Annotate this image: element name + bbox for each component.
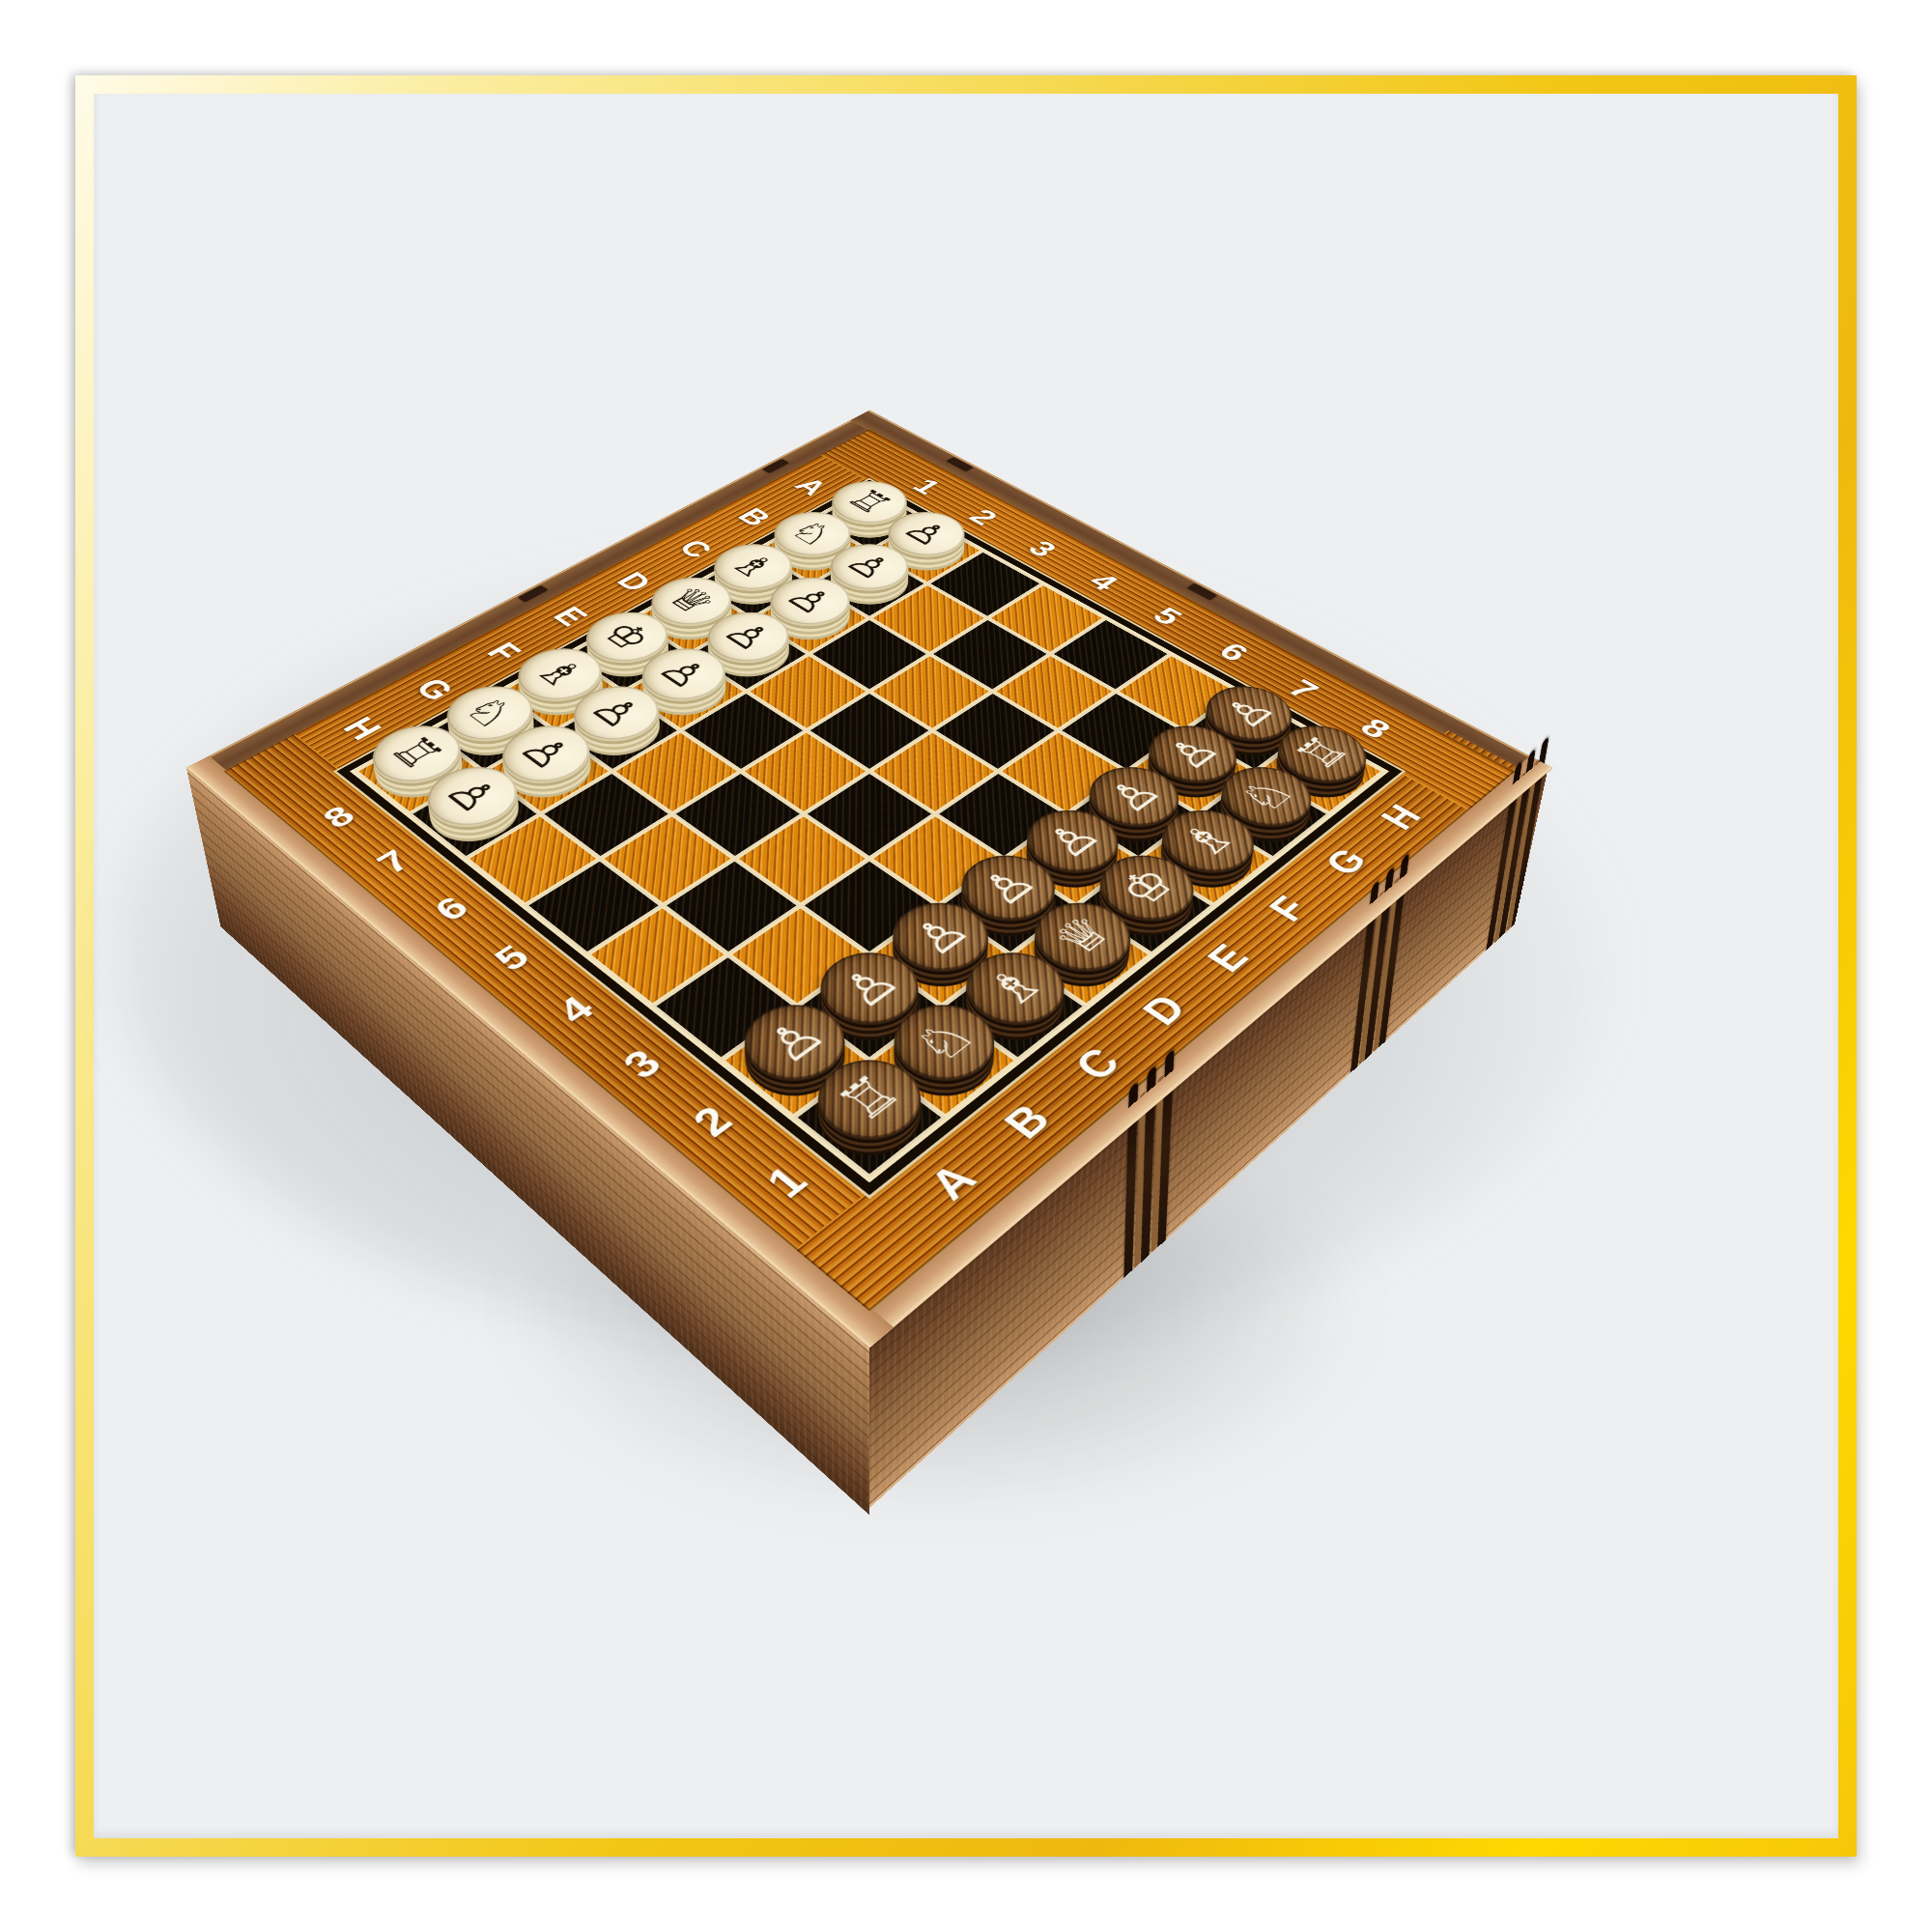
bishop-glyph: ♗	[976, 959, 1055, 1016]
pawn-glyph: ♙	[778, 582, 842, 619]
knight-glyph: ♘	[904, 1011, 985, 1071]
product-render: ABCDEFGH12345678ABCDEFGH87654321♖♘♗♔♕♗♘♖…	[0, 0, 1932, 1932]
board-top-face: ABCDEFGH12345678ABCDEFGH87654321♖♘♗♔♕♗♘♖…	[186, 411, 1552, 1349]
pawn-glyph: ♙	[830, 959, 909, 1016]
pawn-glyph: ♙	[838, 549, 900, 585]
queen-glyph: ♕	[659, 582, 724, 619]
knight-glyph: ♘	[781, 516, 843, 551]
rook-glyph: ♖	[839, 485, 900, 519]
pawn-glyph: ♙	[437, 773, 509, 820]
pawn-glyph: ♙	[1214, 692, 1283, 735]
pawn-glyph: ♙	[582, 692, 650, 735]
king-glyph: ♔	[594, 616, 660, 656]
pawn-glyph: ♙	[1036, 815, 1109, 865]
bishop-glyph: ♗	[1171, 815, 1244, 865]
queen-glyph: ♕	[1044, 909, 1122, 963]
rook-glyph: ♖	[382, 731, 452, 777]
rook-glyph: ♖	[1287, 731, 1357, 777]
pawn-glyph: ♙	[650, 653, 718, 695]
pawn-glyph: ♙	[715, 616, 781, 656]
pawn-glyph: ♙	[971, 862, 1046, 913]
king-glyph: ♔	[1109, 862, 1184, 913]
pawn-glyph: ♙	[754, 1011, 836, 1071]
pawn-glyph: ♙	[511, 731, 582, 777]
chess-box: ABCDEFGH12345678ABCDEFGH87654321♖♘♗♔♕♗♘♖…	[186, 411, 1552, 1349]
perspective-scene: ABCDEFGH12345678ABCDEFGH87654321♖♘♗♔♕♗♘♖…	[52, 46, 1868, 1862]
pawn-glyph: ♙	[902, 909, 980, 963]
knight-glyph: ♘	[1231, 773, 1303, 820]
bishop-glyph: ♗	[722, 549, 784, 585]
knight-glyph: ♘	[455, 692, 524, 735]
pawn-glyph: ♙	[1157, 731, 1228, 777]
pawn-glyph: ♙	[1098, 773, 1170, 820]
rook-glyph: ♖	[828, 1067, 911, 1130]
scale-stage: ABCDEFGH12345678ABCDEFGH87654321♖♘♗♔♕♗♘♖…	[52, 46, 1868, 1862]
bishop-glyph: ♗	[526, 653, 594, 695]
pawn-glyph: ♙	[895, 516, 957, 551]
